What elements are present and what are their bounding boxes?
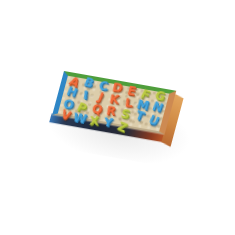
product-photo: ABCDEFGHIJKLMNOPQRSTUVWXYZ bbox=[0, 0, 235, 235]
letter-tray-box: ABCDEFGHIJKLMNOPQRSTUVWXYZ bbox=[52, 71, 176, 134]
letter-tile-L: L bbox=[121, 97, 137, 109]
letter-grid: ABCDEFGHIJKLMNOPQRSTUVWXYZ bbox=[58, 74, 168, 132]
